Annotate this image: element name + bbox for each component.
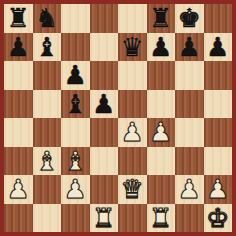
square-f5[interactable] bbox=[147, 90, 176, 119]
piece-black-pawn[interactable]: ♟ bbox=[149, 33, 172, 62]
square-g5[interactable] bbox=[175, 90, 204, 119]
piece-white-rook[interactable]: ♜ bbox=[92, 204, 115, 233]
square-h8[interactable] bbox=[204, 4, 233, 33]
square-h3[interactable] bbox=[204, 147, 233, 176]
square-h7[interactable]: ♟ bbox=[204, 33, 233, 62]
square-c3[interactable]: ♝ bbox=[61, 147, 90, 176]
square-d3[interactable] bbox=[90, 147, 119, 176]
piece-white-king[interactable]: ♚ bbox=[206, 204, 229, 233]
square-d6[interactable] bbox=[90, 61, 119, 90]
square-a3[interactable] bbox=[4, 147, 33, 176]
piece-black-rook[interactable]: ♜ bbox=[149, 4, 172, 33]
square-b1[interactable] bbox=[33, 204, 62, 233]
square-e2[interactable]: ♛ bbox=[118, 175, 147, 204]
square-c1[interactable] bbox=[61, 204, 90, 233]
square-h1[interactable]: ♚ bbox=[204, 204, 233, 233]
square-d8[interactable] bbox=[90, 4, 119, 33]
piece-white-pawn[interactable]: ♟ bbox=[64, 175, 87, 204]
square-d1[interactable]: ♜ bbox=[90, 204, 119, 233]
square-c2[interactable]: ♟ bbox=[61, 175, 90, 204]
square-a8[interactable]: ♜ bbox=[4, 4, 33, 33]
square-h5[interactable] bbox=[204, 90, 233, 119]
piece-black-rook[interactable]: ♜ bbox=[7, 4, 30, 33]
piece-black-king[interactable]: ♚ bbox=[178, 4, 201, 33]
square-g4[interactable] bbox=[175, 118, 204, 147]
piece-white-pawn[interactable]: ♟ bbox=[206, 175, 229, 204]
square-g7[interactable]: ♟ bbox=[175, 33, 204, 62]
square-e1[interactable] bbox=[118, 204, 147, 233]
piece-white-rook[interactable]: ♜ bbox=[149, 204, 172, 233]
piece-white-pawn[interactable]: ♟ bbox=[7, 175, 30, 204]
piece-black-pawn[interactable]: ♟ bbox=[92, 90, 115, 119]
square-c6[interactable]: ♟ bbox=[61, 61, 90, 90]
square-h2[interactable]: ♟ bbox=[204, 175, 233, 204]
square-g1[interactable] bbox=[175, 204, 204, 233]
square-f2[interactable] bbox=[147, 175, 176, 204]
square-e3[interactable] bbox=[118, 147, 147, 176]
piece-white-pawn[interactable]: ♟ bbox=[149, 118, 172, 147]
square-b3[interactable]: ♝ bbox=[33, 147, 62, 176]
square-d4[interactable] bbox=[90, 118, 119, 147]
square-a2[interactable]: ♟ bbox=[4, 175, 33, 204]
square-a7[interactable]: ♟ bbox=[4, 33, 33, 62]
piece-white-bishop[interactable]: ♝ bbox=[64, 147, 87, 176]
square-b4[interactable] bbox=[33, 118, 62, 147]
square-f6[interactable] bbox=[147, 61, 176, 90]
piece-black-bishop[interactable]: ♝ bbox=[35, 33, 58, 62]
square-c8[interactable] bbox=[61, 4, 90, 33]
square-e4[interactable]: ♟ bbox=[118, 118, 147, 147]
square-f4[interactable]: ♟ bbox=[147, 118, 176, 147]
chess-board: ♜♞♜♚♟♝♛♟♟♟♟♝♟♟♟♝♝♟♟♛♟♟♜♜♚ bbox=[4, 4, 232, 232]
square-h4[interactable] bbox=[204, 118, 233, 147]
piece-black-pawn[interactable]: ♟ bbox=[206, 33, 229, 62]
square-d5[interactable]: ♟ bbox=[90, 90, 119, 119]
square-d2[interactable] bbox=[90, 175, 119, 204]
piece-black-pawn[interactable]: ♟ bbox=[7, 33, 30, 62]
piece-black-pawn[interactable]: ♟ bbox=[64, 61, 87, 90]
square-f1[interactable]: ♜ bbox=[147, 204, 176, 233]
square-f8[interactable]: ♜ bbox=[147, 4, 176, 33]
piece-black-knight[interactable]: ♞ bbox=[35, 4, 58, 33]
piece-white-queen[interactable]: ♛ bbox=[121, 175, 144, 204]
square-a4[interactable] bbox=[4, 118, 33, 147]
square-b8[interactable]: ♞ bbox=[33, 4, 62, 33]
square-e7[interactable]: ♛ bbox=[118, 33, 147, 62]
square-e8[interactable] bbox=[118, 4, 147, 33]
square-b7[interactable]: ♝ bbox=[33, 33, 62, 62]
square-b6[interactable] bbox=[33, 61, 62, 90]
piece-black-queen[interactable]: ♛ bbox=[121, 33, 144, 62]
square-g8[interactable]: ♚ bbox=[175, 4, 204, 33]
square-e6[interactable] bbox=[118, 61, 147, 90]
square-c4[interactable] bbox=[61, 118, 90, 147]
piece-white-pawn[interactable]: ♟ bbox=[121, 118, 144, 147]
piece-white-pawn[interactable]: ♟ bbox=[178, 175, 201, 204]
square-f7[interactable]: ♟ bbox=[147, 33, 176, 62]
square-g3[interactable] bbox=[175, 147, 204, 176]
piece-black-pawn[interactable]: ♟ bbox=[178, 33, 201, 62]
square-a6[interactable] bbox=[4, 61, 33, 90]
square-g6[interactable] bbox=[175, 61, 204, 90]
chess-board-frame: ♜♞♜♚♟♝♛♟♟♟♟♝♟♟♟♝♝♟♟♛♟♟♜♜♚ bbox=[0, 0, 236, 236]
piece-white-bishop[interactable]: ♝ bbox=[35, 147, 58, 176]
square-c5[interactable]: ♝ bbox=[61, 90, 90, 119]
square-h6[interactable] bbox=[204, 61, 233, 90]
square-g2[interactable]: ♟ bbox=[175, 175, 204, 204]
square-d7[interactable] bbox=[90, 33, 119, 62]
square-f3[interactable] bbox=[147, 147, 176, 176]
square-b2[interactable] bbox=[33, 175, 62, 204]
square-e5[interactable] bbox=[118, 90, 147, 119]
square-a5[interactable] bbox=[4, 90, 33, 119]
piece-black-bishop[interactable]: ♝ bbox=[64, 90, 87, 119]
square-c7[interactable] bbox=[61, 33, 90, 62]
square-a1[interactable] bbox=[4, 204, 33, 233]
square-b5[interactable] bbox=[33, 90, 62, 119]
